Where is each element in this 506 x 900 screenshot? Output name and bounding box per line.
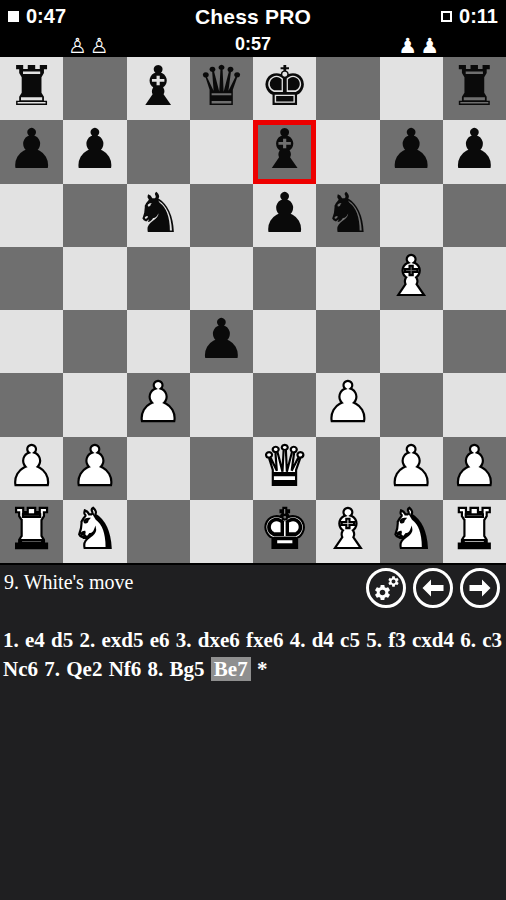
right-clock-time: 0:11 [459,5,498,28]
square-g6[interactable] [380,184,443,247]
black-queen-icon: ♛ [197,59,246,114]
black-rook-icon: ♜ [450,59,499,114]
square-b1[interactable]: ♞ [63,500,126,563]
square-d6[interactable] [190,184,253,247]
square-e4[interactable] [253,310,316,373]
white-rook-icon: ♜ [450,502,499,557]
black-pawn-icon: ♟ [450,122,499,177]
black-pawn-icon: ♟ [260,186,309,241]
square-a4[interactable] [0,310,63,373]
square-e6[interactable]: ♟ [253,184,316,247]
square-d7[interactable] [190,120,253,183]
black-king-icon: ♚ [260,59,309,114]
status-row: 9. White's move [0,565,506,613]
black-knight-icon: ♞ [323,186,372,241]
black-bishop-icon: ♝ [260,122,309,177]
square-h6[interactable] [443,184,506,247]
square-g3[interactable] [380,373,443,436]
square-d3[interactable] [190,373,253,436]
square-f1[interactable]: ♝ [316,500,379,563]
white-pawn-icon: ♟ [323,375,372,430]
capture-bar: ♙♙ 0:57 ♟♟ [0,33,506,57]
square-b4[interactable] [63,310,126,373]
square-b8[interactable] [63,57,126,120]
square-b6[interactable] [63,184,126,247]
square-g4[interactable] [380,310,443,373]
square-f2[interactable] [316,437,379,500]
square-d8[interactable]: ♛ [190,57,253,120]
square-a5[interactable] [0,247,63,310]
square-e3[interactable] [253,373,316,436]
white-knight-icon: ♞ [70,502,119,557]
square-c2[interactable] [127,437,190,500]
square-c4[interactable] [127,310,190,373]
moves-after: * [251,657,268,681]
square-h1[interactable]: ♜ [443,500,506,563]
square-d1[interactable] [190,500,253,563]
white-pawn-icon: ♟ [7,439,56,494]
app-title: Chess PRO [195,5,311,29]
white-queen-icon: ♛ [260,439,309,494]
black-pawn-icon: ♟ [420,34,442,58]
square-a7[interactable]: ♟ [0,120,63,183]
square-b7[interactable]: ♟ [63,120,126,183]
square-a3[interactable] [0,373,63,436]
current-move[interactable]: Be7 [211,657,251,681]
black-rook-icon: ♜ [7,59,56,114]
square-e7[interactable]: ♝ [253,120,316,183]
right-clock: 0:11 [441,0,498,33]
square-a1[interactable]: ♜ [0,500,63,563]
white-knight-icon: ♞ [386,502,435,557]
square-h7[interactable]: ♟ [443,120,506,183]
square-b3[interactable] [63,373,126,436]
square-e2[interactable]: ♛ [253,437,316,500]
chess-board: ♜♝♛♚♜♟♟♝♟♟♞♟♞♝♟♟♟♟♟♛♟♟♜♞♚♝♞♜ [0,57,506,565]
title-bar: 0:47 Chess PRO 0:11 [0,0,506,33]
square-g2[interactable]: ♟ [380,437,443,500]
square-g1[interactable]: ♞ [380,500,443,563]
square-c7[interactable] [127,120,190,183]
forward-button[interactable] [460,568,500,608]
square-b2[interactable]: ♟ [63,437,126,500]
square-a8[interactable]: ♜ [0,57,63,120]
square-c1[interactable] [127,500,190,563]
status-text: 9. White's move [4,571,133,594]
square-e8[interactable]: ♚ [253,57,316,120]
black-pawn-icon: ♟ [197,312,246,367]
white-pawn-icon: ♟ [133,375,182,430]
square-a6[interactable] [0,184,63,247]
right-arrow-icon [468,576,492,600]
square-f4[interactable] [316,310,379,373]
bottom-panel: 9. White's move 1. e4 d5 2. exd5 e6 3. d… [0,565,506,900]
square-f7[interactable] [316,120,379,183]
move-list: 1. e4 d5 2. exd5 e6 3. dxe6 fxe6 4. d4 c… [3,626,503,684]
white-bishop-icon: ♝ [323,502,372,557]
white-pawn-icon: ♟ [70,439,119,494]
square-f5[interactable] [316,247,379,310]
square-g5[interactable]: ♝ [380,247,443,310]
square-f8[interactable] [316,57,379,120]
black-bishop-icon: ♝ [133,59,182,114]
square-h5[interactable] [443,247,506,310]
settings-button[interactable] [366,568,406,608]
gears-icon [373,575,400,602]
white-king-icon: ♚ [260,502,309,557]
square-h4[interactable] [443,310,506,373]
square-c5[interactable] [127,247,190,310]
left-clock-time: 0:47 [26,5,66,28]
chess-pro-app: 0:47 Chess PRO 0:11 ♙♙ 0:57 ♟♟ ♜♝♛♚♜♟♟♝♟… [0,0,506,900]
white-pawn-icon: ♟ [450,439,499,494]
black-knight-icon: ♞ [133,186,182,241]
white-bishop-icon: ♝ [386,249,435,304]
square-c8[interactable]: ♝ [127,57,190,120]
square-e1[interactable]: ♚ [253,500,316,563]
square-d4[interactable]: ♟ [190,310,253,373]
square-g7[interactable]: ♟ [380,120,443,183]
back-button[interactable] [413,568,453,608]
left-clock: 0:47 [8,0,66,33]
square-h3[interactable] [443,373,506,436]
outline-square-icon [441,11,452,22]
filled-square-icon [8,11,19,22]
black-pawn-icon: ♟ [7,122,56,177]
captured-black-pawns-tray: ♟♟ [398,34,442,58]
white-rook-icon: ♜ [7,502,56,557]
square-d2[interactable] [190,437,253,500]
black-pawn-icon: ♟ [70,122,119,177]
black-pawn-icon: ♟ [398,34,420,58]
square-e5[interactable] [253,247,316,310]
control-buttons [366,568,500,608]
square-h8[interactable]: ♜ [443,57,506,120]
square-b5[interactable] [63,247,126,310]
square-c3[interactable]: ♟ [127,373,190,436]
square-g8[interactable] [380,57,443,120]
square-d5[interactable] [190,247,253,310]
square-f6[interactable]: ♞ [316,184,379,247]
square-a2[interactable]: ♟ [0,437,63,500]
white-pawn-icon: ♟ [386,439,435,494]
square-c6[interactable]: ♞ [127,184,190,247]
square-f3[interactable]: ♟ [316,373,379,436]
square-h2[interactable]: ♟ [443,437,506,500]
black-pawn-icon: ♟ [386,122,435,177]
left-arrow-icon [421,576,445,600]
